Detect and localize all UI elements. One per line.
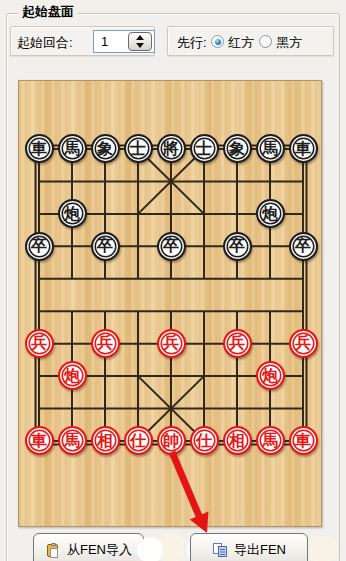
groupbox-title: 起始盘面 bbox=[18, 3, 78, 21]
piece-black-chariot[interactable]: 車 bbox=[25, 134, 54, 163]
arrow-down-icon bbox=[136, 43, 144, 48]
piece-red-soldier[interactable]: 兵 bbox=[289, 329, 318, 358]
piece-red-soldier[interactable]: 兵 bbox=[91, 329, 120, 358]
piece-red-horse[interactable]: 馬 bbox=[58, 426, 87, 455]
radio-black-label[interactable]: 黑方 bbox=[276, 34, 302, 52]
spinner-up-button[interactable] bbox=[129, 33, 151, 42]
piece-red-cannon[interactable]: 炮 bbox=[58, 361, 87, 390]
spinner-down-button[interactable] bbox=[129, 42, 151, 51]
radio-black-side[interactable] bbox=[259, 35, 272, 48]
piece-black-advisor[interactable]: 士 bbox=[124, 134, 153, 163]
clipboard-paste-icon bbox=[45, 542, 61, 558]
piece-black-elephant[interactable]: 象 bbox=[223, 134, 252, 163]
piece-red-chariot[interactable]: 車 bbox=[25, 426, 54, 455]
piece-red-cannon[interactable]: 炮 bbox=[256, 361, 285, 390]
piece-red-soldier[interactable]: 兵 bbox=[25, 329, 54, 358]
import-fen-button[interactable]: 从FEN导入 bbox=[33, 533, 144, 561]
piece-black-soldier[interactable]: 卒 bbox=[289, 232, 318, 261]
radio-red-label[interactable]: 红方 bbox=[228, 34, 254, 52]
start-round-label: 起始回合: bbox=[17, 34, 73, 52]
piece-black-horse[interactable]: 馬 bbox=[58, 134, 87, 163]
piece-red-chariot[interactable]: 車 bbox=[289, 426, 318, 455]
piece-red-general[interactable]: 帥 bbox=[157, 426, 186, 455]
piece-red-advisor[interactable]: 仕 bbox=[124, 426, 153, 455]
arrow-up-icon bbox=[136, 35, 144, 40]
import-fen-label: 从FEN导入 bbox=[67, 541, 132, 559]
start-round-spinner[interactable] bbox=[128, 32, 152, 51]
export-fen-button[interactable]: 导出FEN bbox=[190, 533, 308, 561]
piece-red-soldier[interactable]: 兵 bbox=[223, 329, 252, 358]
start-round-value: 1 bbox=[101, 34, 108, 49]
piece-black-soldier[interactable]: 卒 bbox=[91, 232, 120, 261]
piece-red-elephant[interactable]: 相 bbox=[223, 426, 252, 455]
piece-red-advisor[interactable]: 仕 bbox=[190, 426, 219, 455]
first-move-panel: 先行: 红方 黑方 bbox=[167, 26, 334, 56]
piece-red-horse[interactable]: 馬 bbox=[256, 426, 285, 455]
piece-grid: 車馬象士將士象馬車炮炮卒卒卒卒卒兵兵兵兵兵炮炮車馬相仕帥仕相馬車 bbox=[23, 133, 320, 457]
piece-black-cannon[interactable]: 炮 bbox=[58, 199, 87, 228]
radio-red-side[interactable] bbox=[211, 35, 224, 48]
piece-black-soldier[interactable]: 卒 bbox=[157, 232, 186, 261]
piece-black-advisor[interactable]: 士 bbox=[190, 134, 219, 163]
piece-black-horse[interactable]: 馬 bbox=[256, 134, 285, 163]
start-round-input[interactable]: 1 bbox=[93, 30, 155, 53]
piece-black-elephant[interactable]: 象 bbox=[91, 134, 120, 163]
piece-black-soldier[interactable]: 卒 bbox=[25, 232, 54, 261]
piece-red-elephant[interactable]: 相 bbox=[91, 426, 120, 455]
export-fen-label: 导出FEN bbox=[234, 541, 286, 559]
piece-black-chariot[interactable]: 車 bbox=[289, 134, 318, 163]
copy-pages-icon bbox=[212, 542, 228, 558]
piece-red-soldier[interactable]: 兵 bbox=[157, 329, 186, 358]
start-round-panel: 起始回合: 1 bbox=[10, 26, 155, 56]
piece-black-soldier[interactable]: 卒 bbox=[223, 232, 252, 261]
piece-black-general[interactable]: 將 bbox=[157, 134, 186, 163]
first-move-label: 先行: bbox=[177, 34, 207, 52]
xiangqi-board[interactable]: 車馬象士將士象馬車炮炮卒卒卒卒卒兵兵兵兵兵炮炮車馬相仕帥仕相馬車 bbox=[18, 80, 322, 527]
piece-black-cannon[interactable]: 炮 bbox=[256, 199, 285, 228]
